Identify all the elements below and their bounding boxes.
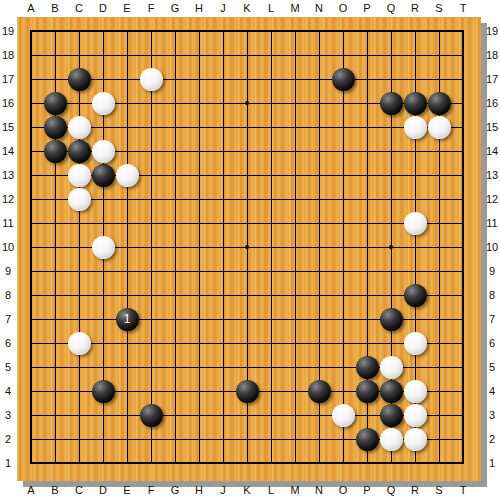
stone-white-C12[interactable] (68, 188, 91, 211)
coord-label-left-16: 16 (2, 97, 14, 109)
stone-white-E13[interactable] (116, 164, 139, 187)
coord-label-right-17: 17 (486, 73, 498, 85)
coord-label-left-9: 9 (5, 265, 11, 277)
coord-label-left-12: 12 (2, 193, 14, 205)
coord-label-bottom-L: L (268, 484, 274, 496)
coord-label-right-16: 16 (486, 97, 498, 109)
coord-label-top-F: F (148, 2, 155, 14)
coord-label-left-13: 13 (2, 169, 14, 181)
coord-label-bottom-T: T (460, 484, 467, 496)
coord-label-top-Q: Q (387, 2, 396, 14)
coord-label-right-8: 8 (489, 289, 495, 301)
coord-label-bottom-O: O (339, 484, 348, 496)
coord-label-bottom-B: B (51, 484, 58, 496)
stone-white-C13[interactable] (68, 164, 91, 187)
stone-black-O17[interactable] (332, 68, 355, 91)
go-board[interactable]: 1 (17, 17, 481, 481)
go-diagram: 1 AABBCCDDEEFFGGHHJJKKLLMMNNOOPPQQRRSSTT… (0, 0, 500, 500)
coord-label-top-A: A (27, 2, 34, 14)
stone-black-P5[interactable] (356, 356, 379, 379)
coord-label-left-19: 19 (2, 25, 14, 37)
stone-white-Q2[interactable] (380, 428, 403, 451)
move-number-label: 1 (116, 308, 139, 331)
board-grid: 1 (19, 19, 475, 475)
coord-label-right-5: 5 (489, 361, 495, 373)
coord-label-right-13: 13 (486, 169, 498, 181)
stone-black-B16[interactable] (44, 92, 67, 115)
coord-label-right-18: 18 (486, 49, 498, 61)
coord-label-top-K: K (243, 2, 250, 14)
stone-black-B14[interactable] (44, 140, 67, 163)
stone-white-R15[interactable] (404, 116, 427, 139)
coord-label-bottom-H: H (195, 484, 203, 496)
coord-label-top-S: S (435, 2, 442, 14)
coord-label-bottom-S: S (435, 484, 442, 496)
coord-label-bottom-D: D (99, 484, 107, 496)
coord-label-right-11: 11 (486, 217, 497, 229)
stone-white-C15[interactable] (68, 116, 91, 139)
stone-black-C17[interactable] (68, 68, 91, 91)
stone-white-R11[interactable] (404, 212, 427, 235)
coord-label-left-4: 4 (5, 385, 11, 397)
coord-label-bottom-G: G (171, 484, 180, 496)
stone-black-D4[interactable] (92, 380, 115, 403)
stone-black-Q4[interactable] (380, 380, 403, 403)
stone-black-P4[interactable] (356, 380, 379, 403)
coord-label-right-3: 3 (489, 409, 495, 421)
coord-label-top-T: T (460, 2, 467, 14)
coord-label-top-P: P (363, 2, 370, 14)
coord-label-bottom-K: K (243, 484, 250, 496)
coord-label-bottom-E: E (123, 484, 130, 496)
stone-black-R16[interactable] (404, 92, 427, 115)
stone-black-R8[interactable] (404, 284, 427, 307)
coord-label-right-6: 6 (489, 337, 495, 349)
stone-white-D14[interactable] (92, 140, 115, 163)
stone-white-D10[interactable] (92, 236, 115, 259)
coord-label-bottom-N: N (315, 484, 323, 496)
stone-white-S15[interactable] (428, 116, 451, 139)
coord-label-bottom-J: J (220, 484, 226, 496)
stone-black-S16[interactable] (428, 92, 451, 115)
coord-label-right-4: 4 (489, 385, 495, 397)
coord-label-bottom-C: C (75, 484, 83, 496)
coord-label-bottom-Q: Q (387, 484, 396, 496)
coord-label-left-15: 15 (2, 121, 14, 133)
coord-label-top-E: E (123, 2, 130, 14)
stone-black-D13[interactable] (92, 164, 115, 187)
coord-label-bottom-M: M (290, 484, 299, 496)
coord-label-left-14: 14 (2, 145, 14, 157)
coord-label-right-19: 19 (486, 25, 498, 37)
stone-black-P2[interactable] (356, 428, 379, 451)
coord-label-top-H: H (195, 2, 203, 14)
coord-label-top-G: G (171, 2, 180, 14)
coord-label-top-D: D (99, 2, 107, 14)
stone-white-C6[interactable] (68, 332, 91, 355)
coord-label-top-M: M (290, 2, 299, 14)
coord-label-right-15: 15 (486, 121, 498, 133)
coord-label-left-11: 11 (2, 217, 13, 229)
stone-black-C14[interactable] (68, 140, 91, 163)
coord-label-right-10: 10 (486, 241, 498, 253)
stone-black-B15[interactable] (44, 116, 67, 139)
stone-white-Q5[interactable] (380, 356, 403, 379)
stone-black-K4[interactable] (236, 380, 259, 403)
coord-label-left-5: 5 (5, 361, 11, 373)
stone-black-F3[interactable] (140, 404, 163, 427)
coord-label-bottom-P: P (363, 484, 370, 496)
coord-label-left-18: 18 (2, 49, 14, 61)
coord-label-left-10: 10 (2, 241, 14, 253)
stone-black-Q16[interactable] (380, 92, 403, 115)
stone-white-D16[interactable] (92, 92, 115, 115)
coord-label-left-8: 8 (5, 289, 11, 301)
coord-label-right-14: 14 (486, 145, 498, 157)
coord-label-left-7: 7 (5, 313, 11, 325)
coord-label-top-J: J (220, 2, 226, 14)
stone-white-R4[interactable] (404, 380, 427, 403)
coord-label-top-L: L (268, 2, 274, 14)
coord-label-right-9: 9 (489, 265, 495, 277)
stone-white-R3[interactable] (404, 404, 427, 427)
coord-label-right-2: 2 (489, 433, 495, 445)
coord-label-left-6: 6 (5, 337, 11, 349)
coord-label-left-2: 2 (5, 433, 11, 445)
stone-black-N4[interactable] (308, 380, 331, 403)
coord-label-top-R: R (411, 2, 419, 14)
stone-white-O3[interactable] (332, 404, 355, 427)
coord-label-bottom-A: A (27, 484, 34, 496)
stone-black-Q3[interactable] (380, 404, 403, 427)
coord-label-right-12: 12 (486, 193, 498, 205)
coord-label-right-1: 1 (489, 457, 495, 469)
stone-white-R2[interactable] (404, 428, 427, 451)
coord-label-left-1: 1 (5, 457, 11, 469)
coord-label-left-17: 17 (2, 73, 14, 85)
stone-black-E7[interactable]: 1 (116, 308, 139, 331)
stone-white-R6[interactable] (404, 332, 427, 355)
coord-label-bottom-F: F (148, 484, 155, 496)
coord-label-top-B: B (51, 2, 58, 14)
stone-black-Q7[interactable] (380, 308, 403, 331)
coord-label-top-N: N (315, 2, 323, 14)
coord-label-bottom-R: R (411, 484, 419, 496)
coord-label-top-C: C (75, 2, 83, 14)
stone-white-F17[interactable] (140, 68, 163, 91)
coord-label-left-3: 3 (5, 409, 11, 421)
coord-label-right-7: 7 (489, 313, 495, 325)
coord-label-top-O: O (339, 2, 348, 14)
